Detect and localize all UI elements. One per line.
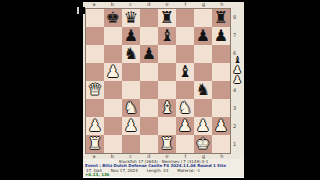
piece-br-h8[interactable]: ♜ [212,9,230,27]
square-g8[interactable] [194,9,212,27]
square-g7[interactable]: ♟ [194,27,212,45]
square-e8[interactable]: ♜ [158,9,176,27]
piece-bp-h7[interactable]: ♟ [212,27,230,45]
piece-bp-c7[interactable]: ♟ [122,27,140,45]
file-label-f: f [176,2,194,7]
square-a6[interactable] [86,45,104,63]
square-h4[interactable] [212,81,230,99]
square-d3[interactable] [140,99,158,117]
square-e7[interactable]: ♝ [158,27,176,45]
square-b8[interactable]: ♚ [104,9,122,27]
square-f4[interactable] [176,81,194,99]
square-b1[interactable] [104,135,122,153]
square-c1[interactable] [122,135,140,153]
piece-wp-a2[interactable]: ♟ [86,117,104,135]
rank-label-1: 1 [232,135,242,153]
square-f3[interactable]: ♞ [176,99,194,117]
file-label-c: c [122,2,140,7]
file-label-b: b [103,2,121,7]
rank-label-7: 7 [232,26,242,44]
captured-piece-wp: ♟ [233,75,242,85]
piece-wp-c2[interactable]: ♟ [122,117,140,135]
piece-wp-b5[interactable]: ♟ [104,63,122,81]
piece-bn-c6[interactable]: ♞ [122,45,140,63]
square-g3[interactable] [194,99,212,117]
file-labels-top: abcdefgh [85,2,231,7]
engine-eval-line: +0.13, 13k [83,173,244,178]
move-info-item-2: Length: 33 [147,169,169,174]
square-c5[interactable] [122,63,140,81]
move-info-item-1: Nov 17, 2024 [111,169,138,174]
square-d4[interactable] [140,81,158,99]
square-h6[interactable] [212,45,230,63]
piece-wr-a1[interactable]: ♜ [86,135,104,153]
square-g2[interactable]: ♟ [194,117,212,135]
square-a7[interactable] [86,27,104,45]
square-f7[interactable] [176,27,194,45]
square-f8[interactable] [176,9,194,27]
square-b4[interactable] [104,81,122,99]
square-a1[interactable]: ♜ [86,135,104,153]
square-e5[interactable] [158,63,176,81]
square-e2[interactable] [158,117,176,135]
square-g5[interactable] [194,63,212,81]
rank-label-2: 2 [232,117,242,135]
square-d8[interactable] [140,9,158,27]
square-d6[interactable]: ♟ [140,45,158,63]
game-caption-strip: Stockfish 17 (3644) - Nemtsev I 7 (3149)… [83,159,244,178]
square-e4[interactable] [158,81,176,99]
square-e6[interactable] [158,45,176,63]
square-g4[interactable]: ♞ [194,81,212,99]
piece-bp-g7[interactable]: ♟ [194,27,212,45]
square-b7[interactable] [104,27,122,45]
square-d5[interactable] [140,63,158,81]
file-label-e: e [158,2,176,7]
rank-label-3: 3 [232,99,242,117]
square-a5[interactable] [86,63,104,81]
square-f5[interactable]: ♝ [176,63,194,81]
square-h5[interactable] [212,63,230,81]
piece-wn-c3[interactable]: ♞ [122,99,140,117]
square-a8[interactable] [86,9,104,27]
square-d1[interactable] [140,135,158,153]
square-h1[interactable] [212,135,230,153]
square-c2[interactable]: ♟ [122,117,140,135]
piece-br-e8[interactable]: ♜ [158,9,176,27]
square-a3[interactable] [86,99,104,117]
square-d7[interactable] [140,27,158,45]
square-h2[interactable]: ♟ [212,117,230,135]
piece-bk-b8[interactable]: ♚ [104,9,122,27]
piece-wr-e1[interactable]: ♜ [158,135,176,153]
file-label-d: d [140,2,158,7]
piece-bb-f5[interactable]: ♝ [176,63,194,81]
square-a2[interactable]: ♟ [86,117,104,135]
square-f6[interactable] [176,45,194,63]
piece-wp-h2[interactable]: ♟ [212,117,230,135]
square-b2[interactable] [104,117,122,135]
piece-bb-e7[interactable]: ♝ [158,27,176,45]
square-g1[interactable]: ♚ [194,135,212,153]
piece-wp-g2[interactable]: ♟ [194,117,212,135]
square-g6[interactable] [194,45,212,63]
chess-board-panel: abcdefgh ♚♛♜♜♟♝♟♟♞♟♟♝♛♞♞♝♞♟♟♟♟♟♜♜♚ abcde… [83,2,244,159]
chess-board[interactable]: ♚♛♜♜♟♝♟♟♞♟♟♝♛♞♞♝♞♟♟♟♟♟♜♜♚ [85,8,231,154]
file-label-a: a [85,2,103,7]
captured-material-tray: ♝♟♟ [232,55,243,85]
square-f1[interactable] [176,135,194,153]
square-c7[interactable]: ♟ [122,27,140,45]
square-h7[interactable]: ♟ [212,27,230,45]
square-e1[interactable]: ♜ [158,135,176,153]
square-h3[interactable] [212,99,230,117]
piece-bp-d6[interactable]: ♟ [140,45,158,63]
piece-wk-g1[interactable]: ♚ [194,135,212,153]
square-a4[interactable]: ♛ [86,81,104,99]
piece-bn-g4[interactable]: ♞ [194,81,212,99]
square-c4[interactable] [122,81,140,99]
file-label-g: g [195,2,213,7]
square-c3[interactable]: ♞ [122,99,140,117]
piece-wp-f2[interactable]: ♟ [176,117,194,135]
square-f2[interactable]: ♟ [176,117,194,135]
square-b6[interactable] [104,45,122,63]
rank-label-8: 8 [232,8,242,26]
square-h8[interactable]: ♜ [212,9,230,27]
square-c6[interactable]: ♞ [122,45,140,63]
square-b5[interactable]: ♟ [104,63,122,81]
piece-wb-e3[interactable]: ♝ [158,99,176,117]
file-label-h: h [213,2,231,7]
square-d2[interactable] [140,117,158,135]
square-b3[interactable] [104,99,122,117]
move-info-item-3: Material: -1 [177,169,200,174]
piece-bq-c8[interactable]: ♛ [122,9,140,27]
square-c8[interactable]: ♛ [122,9,140,27]
piece-wq-a4[interactable]: ♛ [86,81,104,99]
black-to-move-indicator [77,7,85,14]
piece-wn-f3[interactable]: ♞ [176,99,194,117]
square-e3[interactable]: ♝ [158,99,176,117]
thumbnail-canvas: abcdefgh ♚♛♜♜♟♝♟♟♞♟♟♝♛♞♞♝♞♟♟♟♟♟♜♜♚ abcde… [0,0,320,180]
